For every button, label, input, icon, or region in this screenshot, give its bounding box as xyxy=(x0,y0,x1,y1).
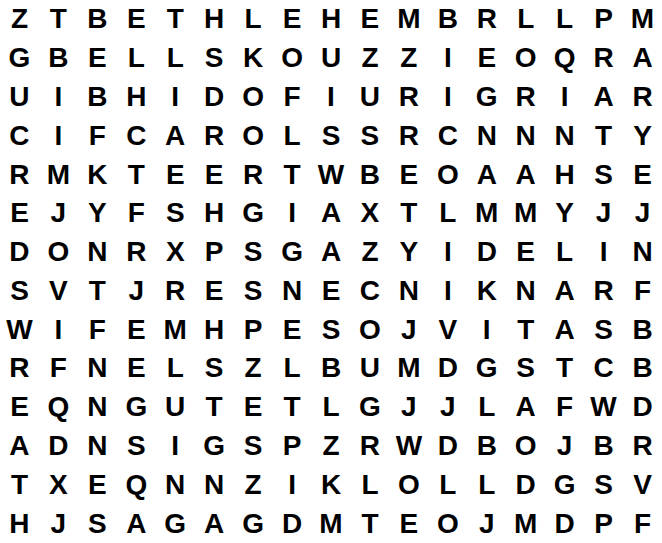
grid-cell[interactable]: Y xyxy=(389,233,428,272)
grid-cell[interactable]: S xyxy=(0,271,39,310)
grid-cell[interactable]: E xyxy=(78,465,117,504)
grid-cell[interactable]: N xyxy=(623,233,662,272)
grid-cell[interactable]: G xyxy=(273,233,312,272)
grid-cell[interactable]: A xyxy=(545,310,584,349)
grid-cell[interactable]: L xyxy=(467,465,506,504)
grid-cell[interactable]: D xyxy=(545,504,584,543)
grid-cell[interactable]: T xyxy=(39,0,78,39)
grid-cell[interactable]: M xyxy=(389,349,428,388)
grid-cell[interactable]: G xyxy=(350,388,389,427)
grid-cell[interactable]: M xyxy=(506,194,545,233)
grid-cell[interactable]: L xyxy=(273,349,312,388)
grid-cell[interactable]: S xyxy=(195,39,234,78)
grid-cell[interactable]: K xyxy=(467,271,506,310)
grid-cell[interactable]: N xyxy=(78,349,117,388)
grid-cell[interactable]: E xyxy=(156,155,195,194)
grid-cell[interactable]: E xyxy=(506,233,545,272)
grid-cell[interactable]: Z xyxy=(350,233,389,272)
grid-cell[interactable]: O xyxy=(350,310,389,349)
grid-cell[interactable]: D xyxy=(467,233,506,272)
grid-cell[interactable]: F xyxy=(545,388,584,427)
grid-cell[interactable]: N xyxy=(78,233,117,272)
grid-cell[interactable]: S xyxy=(234,427,273,466)
grid-cell[interactable]: T xyxy=(273,155,312,194)
grid-cell[interactable]: E xyxy=(117,349,156,388)
grid-cell[interactable]: E xyxy=(623,155,662,194)
grid-cell[interactable]: G xyxy=(234,504,273,543)
grid-cell[interactable]: W xyxy=(389,427,428,466)
grid-cell[interactable]: L xyxy=(428,194,467,233)
grid-cell[interactable]: P xyxy=(584,504,623,543)
grid-cell[interactable]: A xyxy=(117,504,156,543)
grid-cell[interactable]: M xyxy=(623,0,662,39)
grid-cell[interactable]: I xyxy=(428,233,467,272)
grid-cell[interactable]: R xyxy=(156,271,195,310)
grid-cell[interactable]: E xyxy=(273,0,312,39)
grid-cell[interactable]: S xyxy=(506,349,545,388)
grid-cell[interactable]: S xyxy=(312,310,351,349)
grid-cell[interactable]: B xyxy=(584,427,623,466)
grid-cell[interactable]: A xyxy=(623,39,662,78)
grid-cell[interactable]: N xyxy=(273,271,312,310)
grid-cell[interactable]: R xyxy=(584,271,623,310)
grid-cell[interactable]: B xyxy=(623,349,662,388)
grid-cell[interactable]: T xyxy=(195,388,234,427)
grid-cell[interactable]: T xyxy=(117,155,156,194)
grid-cell[interactable]: R xyxy=(195,116,234,155)
grid-cell[interactable]: O xyxy=(39,233,78,272)
grid-cell[interactable]: D xyxy=(623,388,662,427)
grid-cell[interactable]: R xyxy=(623,78,662,117)
grid-cell[interactable]: R xyxy=(584,39,623,78)
grid-cell[interactable]: I xyxy=(156,78,195,117)
grid-cell[interactable]: D xyxy=(0,233,39,272)
grid-cell[interactable]: H xyxy=(312,0,351,39)
grid-cell[interactable]: T xyxy=(273,388,312,427)
grid-cell[interactable]: R xyxy=(506,78,545,117)
grid-cell[interactable]: W xyxy=(584,388,623,427)
grid-cell[interactable]: J xyxy=(389,388,428,427)
grid-cell[interactable]: K xyxy=(78,155,117,194)
grid-cell[interactable]: W xyxy=(0,310,39,349)
grid-cell[interactable]: T xyxy=(350,504,389,543)
grid-cell[interactable]: S xyxy=(350,116,389,155)
grid-cell[interactable]: I xyxy=(545,78,584,117)
grid-cell[interactable]: X xyxy=(156,233,195,272)
grid-cell[interactable]: H xyxy=(545,155,584,194)
grid-cell[interactable]: D xyxy=(506,465,545,504)
word-search-grid: ZTBETHLEHEMBRLLPMGBELLSKOUZZIEOQRAUIBHID… xyxy=(0,0,662,543)
grid-cell[interactable]: Q xyxy=(545,39,584,78)
grid-cell[interactable]: O xyxy=(506,427,545,466)
grid-cell[interactable]: Z xyxy=(234,349,273,388)
grid-cell[interactable]: I xyxy=(39,78,78,117)
grid-cell[interactable]: E xyxy=(117,310,156,349)
grid-cell[interactable]: G xyxy=(467,349,506,388)
grid-cell[interactable]: I xyxy=(467,310,506,349)
grid-cell[interactable]: F xyxy=(78,116,117,155)
grid-cell[interactable]: U xyxy=(350,78,389,117)
grid-cell[interactable]: T xyxy=(545,349,584,388)
grid-cell[interactable]: U xyxy=(350,349,389,388)
grid-cell[interactable]: L xyxy=(156,39,195,78)
grid-cell[interactable]: Q xyxy=(39,388,78,427)
grid-cell[interactable]: C xyxy=(0,116,39,155)
grid-cell[interactable]: G xyxy=(156,504,195,543)
grid-cell[interactable]: U xyxy=(156,388,195,427)
grid-cell[interactable]: N xyxy=(78,427,117,466)
grid-cell[interactable]: J xyxy=(117,271,156,310)
grid-cell[interactable]: O xyxy=(428,504,467,543)
grid-cell[interactable]: N xyxy=(389,271,428,310)
grid-cell[interactable]: I xyxy=(428,78,467,117)
grid-cell[interactable]: E xyxy=(195,155,234,194)
grid-cell[interactable]: V xyxy=(428,310,467,349)
grid-cell[interactable]: M xyxy=(312,504,351,543)
grid-cell[interactable]: A xyxy=(312,233,351,272)
grid-cell[interactable]: O xyxy=(428,155,467,194)
grid-cell[interactable]: M xyxy=(156,310,195,349)
grid-cell[interactable]: A xyxy=(506,155,545,194)
grid-cell[interactable]: I xyxy=(312,78,351,117)
grid-cell[interactable]: F xyxy=(39,349,78,388)
grid-cell[interactable]: E xyxy=(195,271,234,310)
grid-cell[interactable]: F xyxy=(117,194,156,233)
grid-cell[interactable]: T xyxy=(78,271,117,310)
grid-cell[interactable]: E xyxy=(467,39,506,78)
grid-cell[interactable]: R xyxy=(0,155,39,194)
grid-cell[interactable]: I xyxy=(156,427,195,466)
grid-cell[interactable]: P xyxy=(584,0,623,39)
grid-cell[interactable]: Q xyxy=(117,465,156,504)
grid-cell[interactable]: D xyxy=(273,504,312,543)
grid-cell[interactable]: N xyxy=(78,388,117,427)
grid-cell[interactable]: J xyxy=(623,194,662,233)
grid-cell[interactable]: P xyxy=(195,233,234,272)
grid-cell[interactable]: H xyxy=(195,0,234,39)
grid-cell[interactable]: T xyxy=(584,116,623,155)
grid-cell[interactable]: D xyxy=(428,349,467,388)
grid-cell[interactable]: N xyxy=(467,116,506,155)
grid-cell[interactable]: S xyxy=(312,116,351,155)
grid-cell[interactable]: G xyxy=(195,427,234,466)
grid-cell[interactable]: S xyxy=(584,310,623,349)
grid-cell[interactable]: C xyxy=(350,271,389,310)
grid-cell[interactable]: I xyxy=(273,194,312,233)
grid-cell[interactable]: E xyxy=(117,0,156,39)
grid-cell[interactable]: O xyxy=(506,39,545,78)
grid-cell[interactable]: O xyxy=(234,78,273,117)
grid-cell[interactable]: U xyxy=(0,78,39,117)
grid-cell[interactable]: J xyxy=(389,310,428,349)
grid-cell[interactable]: R xyxy=(467,0,506,39)
grid-cell[interactable]: R xyxy=(234,155,273,194)
grid-cell[interactable]: E xyxy=(389,504,428,543)
grid-cell[interactable]: I xyxy=(584,233,623,272)
grid-cell[interactable]: P xyxy=(273,427,312,466)
grid-cell[interactable]: O xyxy=(234,116,273,155)
grid-cell[interactable]: S xyxy=(117,427,156,466)
grid-cell[interactable]: N xyxy=(506,116,545,155)
grid-cell[interactable]: K xyxy=(234,39,273,78)
grid-cell[interactable]: R xyxy=(0,349,39,388)
grid-cell[interactable]: F xyxy=(623,504,662,543)
grid-cell[interactable]: L xyxy=(428,465,467,504)
grid-cell[interactable]: S xyxy=(234,233,273,272)
grid-cell[interactable]: B xyxy=(467,427,506,466)
grid-cell[interactable]: A xyxy=(545,271,584,310)
grid-cell[interactable]: S xyxy=(584,465,623,504)
grid-cell[interactable]: O xyxy=(273,39,312,78)
grid-cell[interactable]: D xyxy=(39,427,78,466)
grid-cell[interactable]: Z xyxy=(234,465,273,504)
grid-cell[interactable]: J xyxy=(428,388,467,427)
grid-cell[interactable]: S xyxy=(584,155,623,194)
grid-cell[interactable]: E xyxy=(0,388,39,427)
grid-cell[interactable]: F xyxy=(78,310,117,349)
grid-cell[interactable]: Z xyxy=(0,0,39,39)
grid-cell[interactable]: Y xyxy=(623,116,662,155)
grid-cell[interactable]: H xyxy=(0,504,39,543)
grid-cell[interactable]: L xyxy=(234,0,273,39)
grid-cell[interactable]: N xyxy=(156,465,195,504)
grid-cell[interactable]: B xyxy=(78,78,117,117)
grid-cell[interactable]: D xyxy=(428,427,467,466)
grid-cell[interactable]: M xyxy=(506,504,545,543)
grid-cell[interactable]: R xyxy=(117,233,156,272)
grid-cell[interactable]: O xyxy=(389,465,428,504)
grid-cell[interactable]: A xyxy=(0,427,39,466)
grid-cell[interactable]: J xyxy=(39,504,78,543)
grid-cell[interactable]: E xyxy=(0,194,39,233)
grid-cell[interactable]: L xyxy=(506,0,545,39)
grid-cell[interactable]: R xyxy=(623,427,662,466)
grid-cell[interactable]: P xyxy=(234,310,273,349)
grid-cell[interactable]: C xyxy=(584,349,623,388)
grid-cell[interactable]: N xyxy=(195,465,234,504)
grid-cell[interactable]: M xyxy=(39,155,78,194)
grid-cell[interactable]: E xyxy=(234,388,273,427)
grid-cell[interactable]: L xyxy=(273,116,312,155)
grid-cell[interactable]: L xyxy=(350,465,389,504)
grid-cell[interactable]: S xyxy=(234,271,273,310)
grid-cell[interactable]: B xyxy=(428,0,467,39)
grid-cell[interactable]: C xyxy=(117,116,156,155)
grid-cell[interactable]: E xyxy=(78,39,117,78)
grid-cell[interactable]: I xyxy=(39,116,78,155)
grid-cell[interactable]: L xyxy=(312,388,351,427)
grid-cell[interactable]: J xyxy=(467,504,506,543)
grid-cell[interactable]: L xyxy=(156,349,195,388)
grid-cell[interactable]: E xyxy=(273,310,312,349)
grid-cell[interactable]: A xyxy=(467,155,506,194)
grid-cell[interactable]: A xyxy=(312,194,351,233)
grid-cell[interactable]: A xyxy=(156,116,195,155)
grid-cell[interactable]: B xyxy=(623,310,662,349)
grid-cell[interactable]: K xyxy=(312,465,351,504)
grid-cell[interactable]: X xyxy=(39,465,78,504)
grid-cell[interactable]: D xyxy=(195,78,234,117)
grid-cell[interactable]: I xyxy=(428,39,467,78)
grid-cell[interactable]: H xyxy=(195,194,234,233)
grid-cell[interactable]: V xyxy=(39,271,78,310)
grid-cell[interactable]: S xyxy=(78,504,117,543)
grid-cell[interactable]: R xyxy=(389,116,428,155)
grid-cell[interactable]: G xyxy=(0,39,39,78)
grid-cell[interactable]: S xyxy=(156,194,195,233)
grid-cell[interactable]: G xyxy=(234,194,273,233)
grid-cell[interactable]: E xyxy=(312,271,351,310)
grid-cell[interactable]: C xyxy=(428,116,467,155)
grid-cell[interactable]: Z xyxy=(312,427,351,466)
grid-cell[interactable]: G xyxy=(117,388,156,427)
grid-cell[interactable]: L xyxy=(545,233,584,272)
grid-cell[interactable]: G xyxy=(467,78,506,117)
grid-cell[interactable]: R xyxy=(389,78,428,117)
grid-cell[interactable]: L xyxy=(545,0,584,39)
grid-cell[interactable]: T xyxy=(389,194,428,233)
grid-cell[interactable]: H xyxy=(195,310,234,349)
grid-cell[interactable]: F xyxy=(623,271,662,310)
grid-cell[interactable]: T xyxy=(0,465,39,504)
grid-cell[interactable]: L xyxy=(117,39,156,78)
grid-cell[interactable]: M xyxy=(389,0,428,39)
grid-cell[interactable]: I xyxy=(428,271,467,310)
grid-cell[interactable]: E xyxy=(350,0,389,39)
grid-cell[interactable]: L xyxy=(467,388,506,427)
grid-cell[interactable]: F xyxy=(273,78,312,117)
grid-cell[interactable]: G xyxy=(545,465,584,504)
grid-cell[interactable]: H xyxy=(117,78,156,117)
grid-cell[interactable]: J xyxy=(39,194,78,233)
grid-cell[interactable]: B xyxy=(78,0,117,39)
grid-cell[interactable]: A xyxy=(195,504,234,543)
grid-cell[interactable]: N xyxy=(545,116,584,155)
grid-cell[interactable]: J xyxy=(545,427,584,466)
grid-cell[interactable]: Y xyxy=(545,194,584,233)
grid-cell[interactable]: Z xyxy=(350,39,389,78)
grid-cell[interactable]: E xyxy=(389,155,428,194)
grid-cell[interactable]: I xyxy=(39,310,78,349)
grid-cell[interactable]: A xyxy=(506,388,545,427)
grid-cell[interactable]: I xyxy=(273,465,312,504)
grid-cell[interactable]: A xyxy=(584,78,623,117)
grid-cell[interactable]: J xyxy=(584,194,623,233)
grid-cell[interactable]: T xyxy=(156,0,195,39)
grid-cell[interactable]: R xyxy=(350,427,389,466)
grid-cell[interactable]: S xyxy=(195,349,234,388)
grid-cell[interactable]: X xyxy=(350,194,389,233)
grid-cell[interactable]: V xyxy=(623,465,662,504)
grid-cell[interactable]: Y xyxy=(78,194,117,233)
grid-cell[interactable]: T xyxy=(506,310,545,349)
grid-cell[interactable]: N xyxy=(506,271,545,310)
grid-cell[interactable]: B xyxy=(350,155,389,194)
grid-cell[interactable]: W xyxy=(312,155,351,194)
grid-cell[interactable]: U xyxy=(312,39,351,78)
grid-cell[interactable]: M xyxy=(467,194,506,233)
grid-cell[interactable]: Z xyxy=(389,39,428,78)
grid-cell[interactable]: B xyxy=(39,39,78,78)
grid-cell[interactable]: B xyxy=(312,349,351,388)
